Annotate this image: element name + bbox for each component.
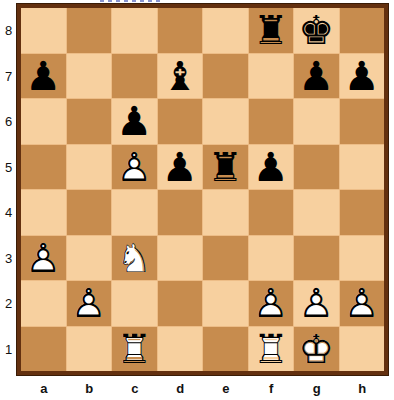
square-d4[interactable] xyxy=(158,190,203,235)
black-bishop-icon: ♝ xyxy=(158,54,203,99)
square-h3[interactable] xyxy=(340,236,385,281)
black-pawn-icon: ♟ xyxy=(158,145,203,190)
square-f3[interactable] xyxy=(249,236,294,281)
file-label-e: e xyxy=(203,377,249,400)
square-e6[interactable] xyxy=(203,99,248,144)
square-b2[interactable]: ♟♙ xyxy=(67,281,112,326)
white-pawn-icon: ♙ xyxy=(340,281,385,326)
cropped-text-artifact xyxy=(100,0,160,2)
square-a2[interactable] xyxy=(21,281,66,326)
white-rook-icon: ♖ xyxy=(249,327,294,372)
square-d8[interactable] xyxy=(158,8,203,53)
square-g8[interactable]: ♚ xyxy=(294,8,339,53)
white-knight-icon: ♘ xyxy=(112,236,157,281)
square-h7[interactable]: ♟ xyxy=(340,54,385,99)
white-pawn-fill: ♟ xyxy=(112,145,157,190)
square-b3[interactable] xyxy=(67,236,112,281)
white-pawn-icon: ♙ xyxy=(112,145,157,190)
black-rook-icon: ♜ xyxy=(203,145,248,190)
square-e7[interactable] xyxy=(203,54,248,99)
square-h5[interactable] xyxy=(340,145,385,190)
black-king-icon: ♚ xyxy=(294,8,339,53)
black-pawn-icon: ♟ xyxy=(21,54,66,99)
white-pawn-fill: ♟ xyxy=(21,236,66,281)
square-g1[interactable]: ♚♔ xyxy=(294,327,339,372)
white-pawn-icon: ♙ xyxy=(249,281,294,326)
square-g7[interactable]: ♟ xyxy=(294,54,339,99)
square-b7[interactable] xyxy=(67,54,112,99)
square-f7[interactable] xyxy=(249,54,294,99)
file-label-d: d xyxy=(158,377,204,400)
black-pawn-icon: ♟ xyxy=(249,145,294,190)
square-d3[interactable] xyxy=(158,236,203,281)
square-h6[interactable] xyxy=(340,99,385,144)
rank-label-5: 5 xyxy=(0,145,17,191)
square-c4[interactable] xyxy=(112,190,157,235)
white-king-fill: ♚ xyxy=(294,327,339,372)
rank-labels: 8 7 6 5 4 3 2 1 xyxy=(0,8,17,372)
white-pawn-fill: ♟ xyxy=(67,281,112,326)
square-e3[interactable] xyxy=(203,236,248,281)
rank-label-1: 1 xyxy=(0,327,17,373)
square-c2[interactable] xyxy=(112,281,157,326)
file-label-h: h xyxy=(340,377,386,400)
square-a3[interactable]: ♟♙ xyxy=(21,236,66,281)
square-b8[interactable] xyxy=(67,8,112,53)
square-b1[interactable] xyxy=(67,327,112,372)
square-b5[interactable] xyxy=(67,145,112,190)
square-b4[interactable] xyxy=(67,190,112,235)
board: ♜♚♟♝♟♟♟♟♙♟♜♟♟♙♞♘♟♙♟♙♟♙♟♙♜♖♜♖♚♔ xyxy=(21,8,384,371)
board-frame: ♜♚♟♝♟♟♟♟♙♟♜♟♟♙♞♘♟♙♟♙♟♙♟♙♜♖♜♖♚♔ xyxy=(17,4,388,375)
square-h2[interactable]: ♟♙ xyxy=(340,281,385,326)
white-pawn-fill: ♟ xyxy=(294,281,339,326)
black-pawn-icon: ♟ xyxy=(340,54,385,99)
black-rook-icon: ♜ xyxy=(249,8,294,53)
square-a8[interactable] xyxy=(21,8,66,53)
square-d1[interactable] xyxy=(158,327,203,372)
square-a4[interactable] xyxy=(21,190,66,235)
white-pawn-icon: ♙ xyxy=(21,236,66,281)
square-a5[interactable] xyxy=(21,145,66,190)
white-rook-fill: ♜ xyxy=(249,327,294,372)
black-pawn-icon: ♟ xyxy=(294,54,339,99)
square-g4[interactable] xyxy=(294,190,339,235)
square-e4[interactable] xyxy=(203,190,248,235)
square-a1[interactable] xyxy=(21,327,66,372)
chess-diagram: 8 7 6 5 4 3 2 1 ♜♚♟♝♟♟♟♟♙♟♜♟♟♙♞♘♟♙♟♙♟♙♟♙… xyxy=(0,0,394,400)
square-d6[interactable] xyxy=(158,99,203,144)
square-f2[interactable]: ♟♙ xyxy=(249,281,294,326)
square-c7[interactable] xyxy=(112,54,157,99)
square-h1[interactable] xyxy=(340,327,385,372)
white-pawn-fill: ♟ xyxy=(249,281,294,326)
rank-label-2: 2 xyxy=(0,281,17,327)
square-g3[interactable] xyxy=(294,236,339,281)
square-d5[interactable]: ♟ xyxy=(158,145,203,190)
rank-label-8: 8 xyxy=(0,8,17,54)
white-pawn-fill: ♟ xyxy=(340,281,385,326)
square-d7[interactable]: ♝ xyxy=(158,54,203,99)
square-c8[interactable] xyxy=(112,8,157,53)
square-g5[interactable] xyxy=(294,145,339,190)
file-labels: a b c d e f g h xyxy=(21,377,385,400)
rank-label-7: 7 xyxy=(0,54,17,100)
rank-label-6: 6 xyxy=(0,99,17,145)
file-label-g: g xyxy=(294,377,340,400)
white-knight-fill: ♞ xyxy=(112,236,157,281)
square-e2[interactable] xyxy=(203,281,248,326)
square-f4[interactable] xyxy=(249,190,294,235)
square-a6[interactable] xyxy=(21,99,66,144)
square-d2[interactable] xyxy=(158,281,203,326)
square-b6[interactable] xyxy=(67,99,112,144)
white-rook-icon: ♖ xyxy=(112,327,157,372)
square-e8[interactable] xyxy=(203,8,248,53)
file-label-f: f xyxy=(249,377,295,400)
white-rook-fill: ♜ xyxy=(112,327,157,372)
square-e5[interactable]: ♜ xyxy=(203,145,248,190)
square-c5[interactable]: ♟♙ xyxy=(112,145,157,190)
square-a7[interactable]: ♟ xyxy=(21,54,66,99)
white-pawn-icon: ♙ xyxy=(294,281,339,326)
file-label-a: a xyxy=(21,377,67,400)
square-c6[interactable]: ♟ xyxy=(112,99,157,144)
black-pawn-icon: ♟ xyxy=(112,99,157,144)
rank-label-4: 4 xyxy=(0,190,17,236)
square-f5[interactable]: ♟ xyxy=(249,145,294,190)
square-g2[interactable]: ♟♙ xyxy=(294,281,339,326)
square-f1[interactable]: ♜♖ xyxy=(249,327,294,372)
square-h4[interactable] xyxy=(340,190,385,235)
square-g6[interactable] xyxy=(294,99,339,144)
square-f6[interactable] xyxy=(249,99,294,144)
square-h8[interactable] xyxy=(340,8,385,53)
square-f8[interactable]: ♜ xyxy=(249,8,294,53)
file-label-b: b xyxy=(67,377,113,400)
square-c1[interactable]: ♜♖ xyxy=(112,327,157,372)
file-label-c: c xyxy=(112,377,158,400)
white-king-icon: ♔ xyxy=(294,327,339,372)
rank-label-3: 3 xyxy=(0,236,17,282)
square-e1[interactable] xyxy=(203,327,248,372)
square-c3[interactable]: ♞♘ xyxy=(112,236,157,281)
white-pawn-icon: ♙ xyxy=(67,281,112,326)
